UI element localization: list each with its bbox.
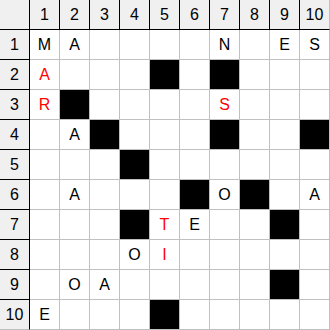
cell-r2-c5 (150, 60, 180, 90)
cell-r8-c1[interactable] (30, 240, 60, 270)
cell-r3-c4[interactable] (120, 90, 150, 120)
row-header-5: 5 (0, 150, 30, 180)
cell-r9-c3[interactable]: A (90, 270, 120, 300)
cell-r10-c1[interactable]: E (30, 300, 60, 330)
cell-r4-c10 (300, 120, 330, 150)
cell-r9-c2[interactable]: O (60, 270, 90, 300)
cell-r4-c8[interactable] (240, 120, 270, 150)
cell-r1-c1[interactable]: M (30, 30, 60, 60)
cell-r1-c9[interactable]: E (270, 30, 300, 60)
cell-r10-c3[interactable] (90, 300, 120, 330)
cell-r6-c4[interactable] (120, 180, 150, 210)
cell-r10-c8[interactable] (240, 300, 270, 330)
row-header-8: 8 (0, 240, 30, 270)
cell-r7-c6[interactable]: E (180, 210, 210, 240)
cell-r10-c6[interactable] (180, 300, 210, 330)
col-header-9: 9 (270, 0, 300, 30)
col-header-3: 3 (90, 0, 120, 30)
col-header-5: 5 (150, 0, 180, 30)
cell-r7-c2[interactable] (60, 210, 90, 240)
cell-r8-c4[interactable]: O (120, 240, 150, 270)
cell-r3-c3[interactable] (90, 90, 120, 120)
cell-r7-c4 (120, 210, 150, 240)
cell-r9-c1[interactable] (30, 270, 60, 300)
cell-r8-c9[interactable] (270, 240, 300, 270)
col-header-4: 4 (120, 0, 150, 30)
cell-r5-c8[interactable] (240, 150, 270, 180)
cell-r7-c10[interactable] (300, 210, 330, 240)
cell-r6-c9[interactable] (270, 180, 300, 210)
crossword-board: 123456789101MANES2A3RS4A56AOA7TE8OI9OA10… (0, 0, 330, 330)
cell-r4-c4[interactable] (120, 120, 150, 150)
cell-r7-c1[interactable] (30, 210, 60, 240)
cell-r7-c9 (270, 210, 300, 240)
cell-r6-c2[interactable]: A (60, 180, 90, 210)
cell-r9-c8[interactable] (240, 270, 270, 300)
cell-r1-c7[interactable]: N (210, 30, 240, 60)
cell-r4-c2[interactable]: A (60, 120, 90, 150)
cell-r3-c9[interactable] (270, 90, 300, 120)
cell-r2-c9[interactable] (270, 60, 300, 90)
cell-r7-c8[interactable] (240, 210, 270, 240)
cell-r3-c8[interactable] (240, 90, 270, 120)
cell-r3-c6[interactable] (180, 90, 210, 120)
cell-r2-c1[interactable]: A (30, 60, 60, 90)
cell-r10-c5 (150, 300, 180, 330)
cell-r4-c1[interactable] (30, 120, 60, 150)
cell-r3-c1[interactable]: R (30, 90, 60, 120)
cell-r7-c7[interactable] (210, 210, 240, 240)
cell-r6-c6 (180, 180, 210, 210)
cell-r8-c3[interactable] (90, 240, 120, 270)
row-header-1: 1 (0, 30, 30, 60)
cell-r5-c9[interactable] (270, 150, 300, 180)
cell-r3-c2 (60, 90, 90, 120)
row-header-6: 6 (0, 180, 30, 210)
cell-r5-c3[interactable] (90, 150, 120, 180)
cell-r8-c2[interactable] (60, 240, 90, 270)
cell-r9-c4[interactable] (120, 270, 150, 300)
cell-r4-c5[interactable] (150, 120, 180, 150)
cell-r8-c5[interactable]: I (150, 240, 180, 270)
cell-r3-c7[interactable]: S (210, 90, 240, 120)
cell-r9-c7[interactable] (210, 270, 240, 300)
cell-r8-c8[interactable] (240, 240, 270, 270)
cell-r5-c7[interactable] (210, 150, 240, 180)
cell-r8-c6[interactable] (180, 240, 210, 270)
corner-cell (0, 0, 30, 30)
cell-r7-c5[interactable]: T (150, 210, 180, 240)
cell-r1-c4[interactable] (120, 30, 150, 60)
col-header-6: 6 (180, 0, 210, 30)
cell-r2-c2[interactable] (60, 60, 90, 90)
cell-r4-c9[interactable] (270, 120, 300, 150)
row-header-2: 2 (0, 60, 30, 90)
cell-r5-c10[interactable] (300, 150, 330, 180)
cell-r9-c6[interactable] (180, 270, 210, 300)
cell-r8-c7[interactable] (210, 240, 240, 270)
cell-r1-c2[interactable]: A (60, 30, 90, 60)
row-header-4: 4 (0, 120, 30, 150)
col-header-1: 1 (30, 0, 60, 30)
cell-r4-c3 (90, 120, 120, 150)
cell-r6-c5[interactable] (150, 180, 180, 210)
cell-r2-c7 (210, 60, 240, 90)
cell-r6-c1[interactable] (30, 180, 60, 210)
cell-r2-c10[interactable] (300, 60, 330, 90)
cell-r5-c1[interactable] (30, 150, 60, 180)
col-header-10: 10 (300, 0, 330, 30)
cell-r2-c4[interactable] (120, 60, 150, 90)
cell-r10-c7[interactable] (210, 300, 240, 330)
cell-r1-c10[interactable]: S (300, 30, 330, 60)
cell-r3-c5[interactable] (150, 90, 180, 120)
cell-r10-c9[interactable] (270, 300, 300, 330)
cell-r4-c6[interactable] (180, 120, 210, 150)
cell-r4-c7 (210, 120, 240, 150)
cell-r8-c10[interactable] (300, 240, 330, 270)
cell-r9-c9 (270, 270, 300, 300)
cell-r5-c6[interactable] (180, 150, 210, 180)
cell-r6-c8 (240, 180, 270, 210)
cell-r2-c8[interactable] (240, 60, 270, 90)
cell-r5-c5[interactable] (150, 150, 180, 180)
row-header-7: 7 (0, 210, 30, 240)
col-header-7: 7 (210, 0, 240, 30)
cell-r2-c6[interactable] (180, 60, 210, 90)
cell-r7-c3[interactable] (90, 210, 120, 240)
col-header-8: 8 (240, 0, 270, 30)
cell-r10-c4[interactable] (120, 300, 150, 330)
cell-r10-c10[interactable] (300, 300, 330, 330)
cell-r1-c5[interactable] (150, 30, 180, 60)
cell-r10-c2[interactable] (60, 300, 90, 330)
col-header-2: 2 (60, 0, 90, 30)
cell-r1-c6[interactable] (180, 30, 210, 60)
row-header-10: 10 (0, 300, 30, 330)
cell-r3-c10[interactable] (300, 90, 330, 120)
cell-r6-c7[interactable]: O (210, 180, 240, 210)
cell-r9-c10[interactable] (300, 270, 330, 300)
cell-r1-c3[interactable] (90, 30, 120, 60)
row-header-9: 9 (0, 270, 30, 300)
row-header-3: 3 (0, 90, 30, 120)
cell-r5-c4 (120, 150, 150, 180)
cell-r6-c10[interactable]: A (300, 180, 330, 210)
cell-r6-c3[interactable] (90, 180, 120, 210)
cell-r5-c2[interactable] (60, 150, 90, 180)
cell-r2-c3[interactable] (90, 60, 120, 90)
cell-r9-c5[interactable] (150, 270, 180, 300)
cell-r1-c8[interactable] (240, 30, 270, 60)
